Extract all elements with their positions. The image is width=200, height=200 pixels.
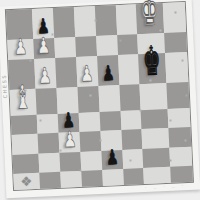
square-b5 bbox=[35, 88, 58, 115]
square-f8 bbox=[115, 4, 137, 35]
board-margin: CHESS · ‥ · ‥ · ♟♚♟♟♟♟♟♚♝♟♟♟❖ bbox=[0, 0, 200, 198]
square-c2 bbox=[60, 152, 82, 172]
square-b4 bbox=[36, 114, 59, 134]
board-wrap: CHESS · ‥ · ‥ · ♟♚♟♟♟♟♟♚♝♟♟♟❖ bbox=[0, 0, 200, 198]
square-e4 bbox=[99, 111, 121, 131]
square-b3 bbox=[37, 133, 60, 154]
square-a1: ❖ bbox=[13, 173, 39, 190]
square-d3 bbox=[80, 131, 102, 152]
square-d6: ♟ bbox=[76, 56, 98, 87]
square-f4 bbox=[120, 110, 142, 130]
black-king-g6: ♚ bbox=[142, 41, 162, 82]
square-e7 bbox=[96, 35, 118, 56]
square-h1 bbox=[170, 166, 192, 183]
white-bishop-a5: ♝ bbox=[14, 81, 32, 114]
square-f5 bbox=[119, 84, 141, 111]
white-pawn-d6: ♟ bbox=[80, 62, 94, 85]
square-d5 bbox=[77, 86, 99, 113]
square-h4 bbox=[168, 108, 191, 128]
square-h8 bbox=[163, 2, 186, 33]
square-e8 bbox=[95, 5, 117, 36]
square-b7: ♟ bbox=[33, 38, 56, 59]
square-d2 bbox=[80, 151, 102, 171]
square-e6: ♟ bbox=[97, 55, 119, 86]
white-pawn-c3: ♟ bbox=[62, 128, 76, 151]
square-c6 bbox=[55, 57, 77, 88]
square-f1 bbox=[123, 168, 144, 185]
square-e2: ♟ bbox=[101, 150, 123, 170]
square-d7 bbox=[75, 36, 97, 57]
square-h7 bbox=[164, 32, 187, 53]
square-h2 bbox=[170, 147, 193, 167]
square-c8 bbox=[53, 7, 75, 38]
white-pawn-b7: ♟ bbox=[37, 34, 51, 57]
margin-bottom-print: · ‥ · ‥ · bbox=[145, 183, 187, 192]
square-a3 bbox=[12, 134, 38, 155]
square-h5 bbox=[167, 82, 190, 109]
square-g2 bbox=[143, 148, 171, 168]
square-a4 bbox=[11, 115, 37, 135]
chess-board: ♟♚♟♟♟♟♟♚♝♟♟♟❖ bbox=[6, 2, 193, 190]
square-d8 bbox=[74, 6, 96, 37]
square-c1 bbox=[61, 171, 83, 188]
white-pawn-a7: ♟ bbox=[13, 35, 27, 58]
square-b6: ♟ bbox=[34, 58, 57, 89]
square-g1 bbox=[144, 167, 172, 184]
square-a7: ♟ bbox=[7, 39, 33, 60]
square-f6 bbox=[118, 54, 140, 85]
square-g5 bbox=[140, 83, 168, 110]
square-a5: ♝ bbox=[10, 89, 37, 116]
square-f3 bbox=[121, 129, 143, 150]
black-pawn-e2: ♟ bbox=[105, 147, 119, 168]
square-f7 bbox=[117, 34, 139, 55]
square-h3 bbox=[169, 127, 192, 148]
square-a2 bbox=[12, 154, 38, 174]
square-d4 bbox=[79, 112, 101, 132]
square-g8: ♚ bbox=[136, 3, 164, 34]
square-b1 bbox=[39, 172, 61, 189]
square-g3 bbox=[142, 128, 170, 149]
square-g4 bbox=[141, 109, 169, 129]
square-e1 bbox=[102, 169, 123, 186]
square-f2 bbox=[122, 149, 144, 169]
square-e5 bbox=[98, 85, 120, 112]
square-h6 bbox=[165, 52, 188, 83]
square-d1 bbox=[81, 170, 102, 187]
square-b2 bbox=[38, 153, 61, 173]
black-pawn-e6: ♟ bbox=[101, 63, 115, 84]
square-c3: ♟ bbox=[59, 132, 81, 153]
white-pawn-b6: ♟ bbox=[38, 64, 52, 87]
square-c7 bbox=[54, 37, 76, 58]
photo-background: CHESS · ‥ · ‥ · ♟♚♟♟♟♟♟♚♝♟♟♟❖ bbox=[0, 0, 200, 200]
white-king-g8: ♚ bbox=[140, 0, 160, 32]
dust-speckles bbox=[0, 0, 1, 1]
board-corner-logo: ❖ bbox=[20, 175, 32, 189]
square-g6: ♚ bbox=[138, 53, 166, 84]
